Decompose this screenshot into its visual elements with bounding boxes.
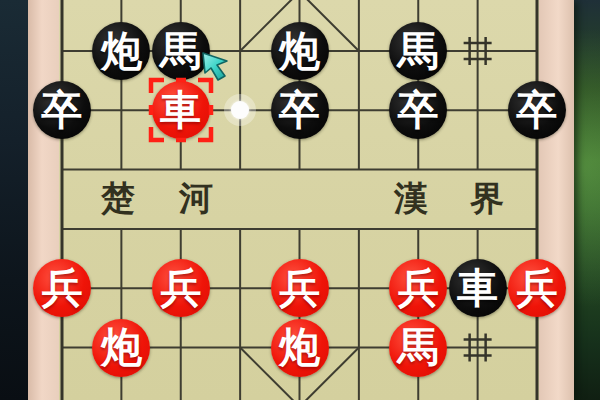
piece-red-soldier[interactable]: 兵 [152, 259, 210, 317]
piece-red-horse[interactable]: 馬 [389, 319, 447, 377]
piece-black-soldier[interactable]: 卒 [389, 81, 447, 139]
piece-red-soldier[interactable]: 兵 [33, 259, 91, 317]
piece-black-cannon[interactable]: 炮 [92, 22, 150, 80]
piece-black-horse[interactable]: 馬 [389, 22, 447, 80]
piece-red-soldier[interactable]: 兵 [389, 259, 447, 317]
piece-red-cannon[interactable]: 炮 [92, 319, 150, 377]
piece-black-soldier[interactable]: 卒 [271, 81, 329, 139]
piece-red-soldier[interactable]: 兵 [271, 259, 329, 317]
piece-black-horse[interactable]: 馬 [152, 22, 210, 80]
piece-black-soldier[interactable]: 卒 [33, 81, 91, 139]
piece-black-soldier[interactable]: 卒 [508, 81, 566, 139]
piece-red-soldier[interactable]: 兵 [508, 259, 566, 317]
piece-red-cannon[interactable]: 炮 [271, 319, 329, 377]
piece-red-chariot[interactable]: 車 [152, 81, 210, 139]
piece-black-cannon[interactable]: 炮 [271, 22, 329, 80]
piece-black-chariot[interactable]: 車 [449, 259, 507, 317]
xiangqi-app-window: 楚 河 漢 界 炮馬炮馬卒車卒卒卒兵兵兵兵車兵炮炮馬 [0, 0, 600, 400]
